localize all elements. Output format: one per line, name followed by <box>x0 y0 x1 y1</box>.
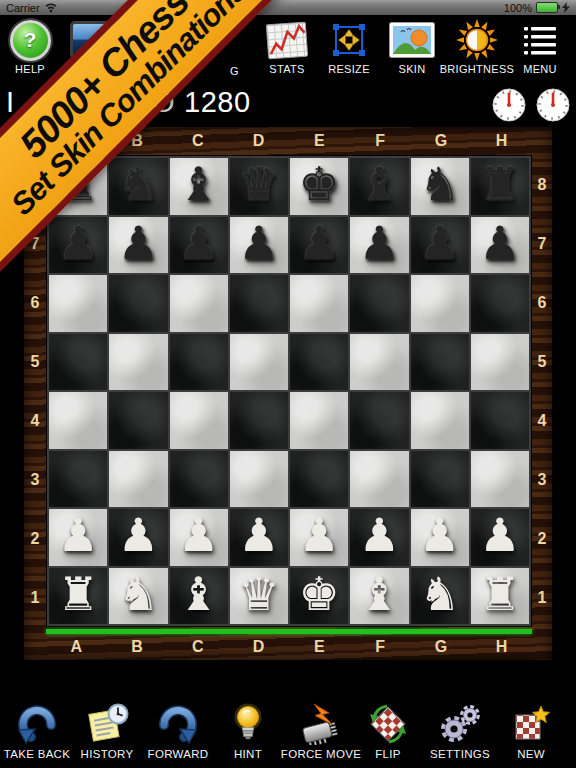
square-b4[interactable] <box>109 392 167 449</box>
square-e4[interactable] <box>290 392 348 449</box>
piece-white-pawn[interactable]: ♟ <box>419 512 460 558</box>
help-question-icon: ? <box>10 20 51 61</box>
file-label: H <box>496 132 508 150</box>
piece-white-rook[interactable]: ♜ <box>479 571 520 617</box>
square-c2[interactable]: ♟ <box>170 509 228 566</box>
square-b5[interactable] <box>109 334 167 391</box>
list-icon <box>522 23 558 57</box>
file-label: D <box>253 638 265 656</box>
square-c4[interactable] <box>170 392 228 449</box>
square-h3[interactable] <box>471 451 529 508</box>
square-h2[interactable]: ♟ <box>471 509 529 566</box>
covered-label-fragment: G <box>230 65 239 77</box>
file-label: B <box>131 638 143 656</box>
square-d8[interactable]: ♛ <box>230 158 288 215</box>
piece-white-pawn[interactable]: ♟ <box>238 512 279 558</box>
square-d4[interactable] <box>230 392 288 449</box>
piece-black-pawn[interactable]: ♟ <box>58 220 99 266</box>
square-a5[interactable] <box>49 334 107 391</box>
square-c5[interactable] <box>170 334 228 391</box>
square-h1[interactable]: ♜ <box>471 568 529 625</box>
square-d1[interactable]: ♛ <box>230 568 288 625</box>
piece-black-pawn[interactable]: ♟ <box>419 220 460 266</box>
rank-label: 1 <box>538 589 547 607</box>
square-f7[interactable]: ♟ <box>350 217 408 274</box>
square-a7[interactable]: ♟ <box>49 217 107 274</box>
file-label: E <box>314 638 325 656</box>
piece-black-knight[interactable]: ♞ <box>419 161 460 207</box>
rank-label: 6 <box>538 294 547 312</box>
history-label: HISTORY <box>81 748 134 760</box>
file-label: A <box>71 638 83 656</box>
file-label: G <box>435 132 447 150</box>
piece-white-pawn[interactable]: ♟ <box>118 512 159 558</box>
line-chart-icon <box>266 21 308 59</box>
sun-icon <box>454 17 500 63</box>
rank-label: 6 <box>31 294 40 312</box>
square-b3[interactable] <box>109 451 167 508</box>
square-a1[interactable]: ♜ <box>49 568 107 625</box>
square-d2[interactable]: ♟ <box>230 509 288 566</box>
redo-arrow-icon <box>155 703 201 745</box>
piece-white-king[interactable]: ♚ <box>299 571 340 617</box>
new-label: NEW <box>517 748 545 760</box>
file-label: C <box>192 132 204 150</box>
black-clock-icon <box>536 88 570 122</box>
file-label: F <box>375 638 385 656</box>
piece-white-pawn[interactable]: ♟ <box>359 512 400 558</box>
file-label: E <box>314 132 325 150</box>
file-label: D <box>253 132 265 150</box>
status-bar: Carrier 100% <box>0 0 576 15</box>
lightbulb-icon <box>228 702 268 746</box>
rank-label: 3 <box>31 471 40 489</box>
square-c7[interactable]: ♟ <box>170 217 228 274</box>
board-squares: ♜♞♝♛♚♝♞♜♟♟♟♟♟♟♟♟♟♟♟♟♟♟♟♟♜♞♝♛♚♝♞♜ <box>46 155 532 627</box>
new-button[interactable]: NEW <box>483 702 576 760</box>
square-b6[interactable] <box>109 275 167 332</box>
piece-white-knight[interactable]: ♞ <box>118 571 159 617</box>
square-g4[interactable] <box>411 392 469 449</box>
menu-button[interactable]: MENU <box>495 19 576 75</box>
rank-label: 8 <box>538 176 547 194</box>
square-f6[interactable] <box>350 275 408 332</box>
piece-white-bishop[interactable]: ♝ <box>359 571 400 617</box>
piece-black-pawn[interactable]: ♟ <box>479 220 520 266</box>
square-e7[interactable]: ♟ <box>290 217 348 274</box>
piece-black-pawn[interactable]: ♟ <box>178 220 219 266</box>
square-c8[interactable]: ♝ <box>170 158 228 215</box>
square-g2[interactable]: ♟ <box>411 509 469 566</box>
square-e6[interactable] <box>290 275 348 332</box>
white-clock-icon <box>492 88 526 122</box>
note-clock-icon <box>84 702 130 746</box>
piece-white-bishop[interactable]: ♝ <box>178 571 219 617</box>
checker-flip-icon <box>365 701 411 747</box>
skin-label: SKIN <box>399 63 426 75</box>
square-f4[interactable] <box>350 392 408 449</box>
resize-label: RESIZE <box>328 63 370 75</box>
turn-indicator-line <box>46 629 532 634</box>
square-e5[interactable] <box>290 334 348 391</box>
file-label: G <box>435 638 447 656</box>
picture-icon <box>389 22 435 58</box>
chess-board: ABCDEFGH 87654321 87654321 ♜♞♝♛♚♝♞♜♟♟♟♟♟… <box>24 127 552 660</box>
rating-value: 1280 <box>184 86 251 118</box>
file-label: C <box>192 638 204 656</box>
square-b2[interactable]: ♟ <box>109 509 167 566</box>
bottom-toolbar: TAKE BACK HISTORY <box>0 700 576 768</box>
square-f8[interactable]: ♝ <box>350 158 408 215</box>
square-e8[interactable]: ♚ <box>290 158 348 215</box>
resize-arrows-icon <box>329 20 369 60</box>
battery-icon <box>536 2 558 13</box>
square-g8[interactable]: ♞ <box>411 158 469 215</box>
chip-lightning-icon <box>297 703 345 745</box>
stats-label: STATS <box>269 63 304 75</box>
battery-percent-label: 100% <box>504 2 532 14</box>
square-c3[interactable] <box>170 451 228 508</box>
file-label: H <box>496 638 508 656</box>
menu-label: MENU <box>523 63 557 75</box>
square-a6[interactable] <box>49 275 107 332</box>
app-screen: Carrier 100% ? HELP G <box>0 0 576 768</box>
piece-black-rook[interactable]: ♜ <box>479 161 520 207</box>
piece-black-bishop[interactable]: ♝ <box>359 161 400 207</box>
rank-label: 4 <box>538 412 547 430</box>
piece-black-pawn[interactable]: ♟ <box>118 220 159 266</box>
square-f5[interactable] <box>350 334 408 391</box>
piece-white-queen[interactable]: ♛ <box>238 571 279 617</box>
piece-white-pawn[interactable]: ♟ <box>479 512 520 558</box>
rank-label: 7 <box>538 235 547 253</box>
checkerboard-star-icon <box>511 704 551 744</box>
square-b1[interactable]: ♞ <box>109 568 167 625</box>
rank-label: 1 <box>31 589 40 607</box>
square-h8[interactable]: ♜ <box>471 158 529 215</box>
rank-label: 5 <box>31 353 40 371</box>
square-a3[interactable] <box>49 451 107 508</box>
square-g7[interactable]: ♟ <box>411 217 469 274</box>
piece-white-pawn[interactable]: ♟ <box>299 512 340 558</box>
flip-label: FLIP <box>375 748 401 760</box>
charging-bolt-icon <box>562 2 570 13</box>
square-d6[interactable] <box>230 275 288 332</box>
piece-black-queen[interactable]: ♛ <box>238 161 279 207</box>
file-labels-bottom: ABCDEFGH <box>46 635 532 659</box>
square-h5[interactable] <box>471 334 529 391</box>
rank-label: 3 <box>538 471 547 489</box>
piece-white-knight[interactable]: ♞ <box>419 571 460 617</box>
square-d5[interactable] <box>230 334 288 391</box>
piece-white-pawn[interactable]: ♟ <box>178 512 219 558</box>
piece-white-pawn[interactable]: ♟ <box>58 512 99 558</box>
rank-label: 2 <box>31 530 40 548</box>
piece-black-knight[interactable]: ♞ <box>118 161 159 207</box>
wifi-icon <box>44 2 58 13</box>
piece-black-king[interactable]: ♚ <box>299 161 340 207</box>
settings-label: SETTINGS <box>430 748 490 760</box>
square-h6[interactable] <box>471 275 529 332</box>
square-b8[interactable]: ♞ <box>109 158 167 215</box>
square-a4[interactable] <box>49 392 107 449</box>
rank-labels-right: 87654321 <box>532 155 552 627</box>
square-f1[interactable]: ♝ <box>350 568 408 625</box>
square-f2[interactable]: ♟ <box>350 509 408 566</box>
square-f3[interactable] <box>350 451 408 508</box>
square-g6[interactable] <box>411 275 469 332</box>
square-h4[interactable] <box>471 392 529 449</box>
file-label: F <box>375 132 385 150</box>
square-d7[interactable]: ♟ <box>230 217 288 274</box>
rank-label: 2 <box>538 530 547 548</box>
rank-label: 5 <box>538 353 547 371</box>
undo-arrow-icon <box>14 703 60 745</box>
square-a2[interactable]: ♟ <box>49 509 107 566</box>
piece-black-pawn[interactable]: ♟ <box>359 220 400 266</box>
square-h7[interactable]: ♟ <box>471 217 529 274</box>
square-e2[interactable]: ♟ <box>290 509 348 566</box>
square-g1[interactable]: ♞ <box>411 568 469 625</box>
square-g5[interactable] <box>411 334 469 391</box>
piece-black-pawn[interactable]: ♟ <box>238 220 279 266</box>
square-c1[interactable]: ♝ <box>170 568 228 625</box>
gears-icon <box>437 702 483 746</box>
piece-black-bishop[interactable]: ♝ <box>178 161 219 207</box>
piece-white-rook[interactable]: ♜ <box>58 571 99 617</box>
help-label: HELP <box>15 63 45 75</box>
hint-label: HINT <box>234 748 262 760</box>
square-d3[interactable] <box>230 451 288 508</box>
piece-black-pawn[interactable]: ♟ <box>299 220 340 266</box>
square-e1[interactable]: ♚ <box>290 568 348 625</box>
square-c6[interactable] <box>170 275 228 332</box>
square-g3[interactable] <box>411 451 469 508</box>
square-e3[interactable] <box>290 451 348 508</box>
square-b7[interactable]: ♟ <box>109 217 167 274</box>
carrier-label: Carrier <box>6 2 40 14</box>
rank-label: 4 <box>31 412 40 430</box>
